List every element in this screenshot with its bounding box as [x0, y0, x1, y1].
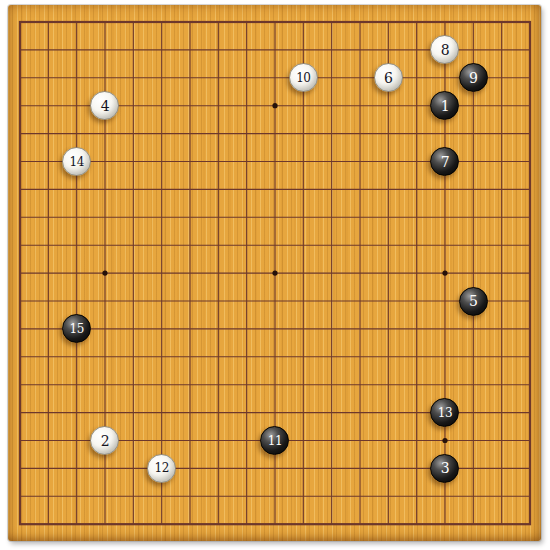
stone-move-5-r9[interactable]: 5 — [459, 287, 488, 316]
go-board[interactable]: 123456789101112131415 — [8, 5, 541, 541]
stone-move-11-k4[interactable]: 11 — [260, 426, 289, 455]
stone-move-10-l17[interactable]: 10 — [289, 63, 318, 92]
stone-move-7-q14[interactable]: 7 — [430, 147, 459, 176]
stone-move-4-d16[interactable]: 4 — [90, 91, 119, 120]
stone-move-13-q5[interactable]: 13 — [430, 398, 459, 427]
stone-move-9-r17[interactable]: 9 — [459, 63, 488, 92]
stone-move-2-d4[interactable]: 2 — [90, 426, 119, 455]
stone-move-12-f3[interactable]: 12 — [147, 454, 176, 483]
stone-move-15-c8[interactable]: 15 — [62, 314, 91, 343]
stone-move-6-o17[interactable]: 6 — [374, 63, 403, 92]
go-diagram-page: 123456789101112131415 — [0, 0, 550, 550]
stone-move-1-q16[interactable]: 1 — [430, 91, 459, 120]
stone-move-3-q3[interactable]: 3 — [430, 454, 459, 483]
stone-move-8-q18[interactable]: 8 — [430, 35, 459, 64]
stones-layer: 123456789101112131415 — [8, 5, 541, 541]
stone-move-14-c14[interactable]: 14 — [62, 147, 91, 176]
